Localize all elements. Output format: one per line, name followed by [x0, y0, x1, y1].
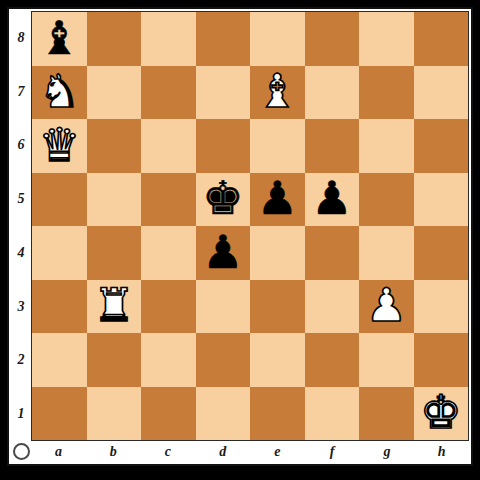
square-b3[interactable]: ♜ — [87, 280, 142, 334]
rank-label-7: 7 — [11, 65, 31, 119]
square-a3[interactable] — [32, 280, 87, 334]
board[interactable]: ♝♞♝♛♚♟♟♟♜♟♚ — [31, 11, 469, 441]
square-e7[interactable]: ♝ — [250, 66, 305, 120]
square-g4[interactable] — [359, 226, 414, 280]
square-h7[interactable] — [414, 66, 469, 120]
square-f7[interactable] — [305, 66, 360, 120]
file-label-c: c — [141, 441, 196, 462]
white-bishop-e7[interactable]: ♝ — [257, 68, 298, 114]
square-c5[interactable] — [141, 173, 196, 227]
square-h1[interactable]: ♚ — [414, 387, 469, 441]
square-h3[interactable] — [414, 280, 469, 334]
file-label-g: g — [360, 441, 415, 462]
square-e3[interactable] — [250, 280, 305, 334]
black-pawn-f5[interactable]: ♟ — [311, 175, 352, 221]
square-f3[interactable] — [305, 280, 360, 334]
square-c4[interactable] — [141, 226, 196, 280]
file-label-e: e — [250, 441, 305, 462]
file-label-f: f — [305, 441, 360, 462]
file-label-a: a — [31, 441, 86, 462]
square-h2[interactable] — [414, 333, 469, 387]
square-a5[interactable] — [32, 173, 87, 227]
black-pawn-e5[interactable]: ♟ — [257, 175, 298, 221]
square-d5[interactable]: ♚ — [196, 173, 251, 227]
square-d3[interactable] — [196, 280, 251, 334]
square-f4[interactable] — [305, 226, 360, 280]
square-a1[interactable] — [32, 387, 87, 441]
rank-label-4: 4 — [11, 226, 31, 280]
square-f5[interactable]: ♟ — [305, 173, 360, 227]
square-c3[interactable] — [141, 280, 196, 334]
square-d6[interactable] — [196, 119, 251, 173]
square-b8[interactable] — [87, 12, 142, 66]
square-b1[interactable] — [87, 387, 142, 441]
square-d1[interactable] — [196, 387, 251, 441]
white-knight-a7[interactable]: ♞ — [39, 68, 80, 114]
square-f2[interactable] — [305, 333, 360, 387]
white-king-h1[interactable]: ♚ — [420, 389, 461, 435]
white-queen-a6[interactable]: ♛ — [39, 122, 80, 168]
square-b7[interactable] — [87, 66, 142, 120]
chess-diagram: 87654321 ♝♞♝♛♚♟♟♟♜♟♚ abcdefgh — [7, 7, 473, 466]
square-e8[interactable] — [250, 12, 305, 66]
file-label-b: b — [86, 441, 141, 462]
square-h8[interactable] — [414, 12, 469, 66]
square-d7[interactable] — [196, 66, 251, 120]
square-g8[interactable] — [359, 12, 414, 66]
square-a2[interactable] — [32, 333, 87, 387]
rank-label-3: 3 — [11, 280, 31, 334]
square-f1[interactable] — [305, 387, 360, 441]
black-bishop-a8[interactable]: ♝ — [39, 15, 80, 61]
rank-labels: 87654321 — [11, 11, 31, 441]
rank-label-2: 2 — [11, 334, 31, 388]
square-d4[interactable]: ♟ — [196, 226, 251, 280]
square-e6[interactable] — [250, 119, 305, 173]
square-h4[interactable] — [414, 226, 469, 280]
square-g5[interactable] — [359, 173, 414, 227]
square-c6[interactable] — [141, 119, 196, 173]
square-e4[interactable] — [250, 226, 305, 280]
square-g3[interactable]: ♟ — [359, 280, 414, 334]
square-g2[interactable] — [359, 333, 414, 387]
file-label-h: h — [414, 441, 469, 462]
square-e1[interactable] — [250, 387, 305, 441]
corner-cell — [11, 441, 31, 462]
rank-label-5: 5 — [11, 172, 31, 226]
square-g6[interactable] — [359, 119, 414, 173]
square-c7[interactable] — [141, 66, 196, 120]
square-f6[interactable] — [305, 119, 360, 173]
square-b5[interactable] — [87, 173, 142, 227]
square-g7[interactable] — [359, 66, 414, 120]
square-e5[interactable]: ♟ — [250, 173, 305, 227]
square-a4[interactable] — [32, 226, 87, 280]
square-b6[interactable] — [87, 119, 142, 173]
square-b2[interactable] — [87, 333, 142, 387]
black-king-d5[interactable]: ♚ — [202, 175, 243, 221]
black-pawn-d4[interactable]: ♟ — [202, 229, 243, 275]
square-c8[interactable] — [141, 12, 196, 66]
white-rook-b3[interactable]: ♜ — [93, 282, 134, 328]
square-c1[interactable] — [141, 387, 196, 441]
white-to-move-icon — [13, 443, 30, 460]
diagram-frame: 87654321 ♝♞♝♛♚♟♟♟♜♟♚ abcdefgh — [0, 0, 480, 480]
square-a6[interactable]: ♛ — [32, 119, 87, 173]
rank-label-1: 1 — [11, 387, 31, 441]
square-c2[interactable] — [141, 333, 196, 387]
file-labels: abcdefgh — [31, 441, 469, 462]
square-h5[interactable] — [414, 173, 469, 227]
square-g1[interactable] — [359, 387, 414, 441]
square-a7[interactable]: ♞ — [32, 66, 87, 120]
file-label-d: d — [195, 441, 250, 462]
square-e2[interactable] — [250, 333, 305, 387]
square-h6[interactable] — [414, 119, 469, 173]
square-f8[interactable] — [305, 12, 360, 66]
square-d8[interactable] — [196, 12, 251, 66]
square-d2[interactable] — [196, 333, 251, 387]
square-a8[interactable]: ♝ — [32, 12, 87, 66]
rank-label-8: 8 — [11, 11, 31, 65]
square-b4[interactable] — [87, 226, 142, 280]
rank-label-6: 6 — [11, 119, 31, 173]
white-pawn-g3[interactable]: ♟ — [366, 282, 407, 328]
